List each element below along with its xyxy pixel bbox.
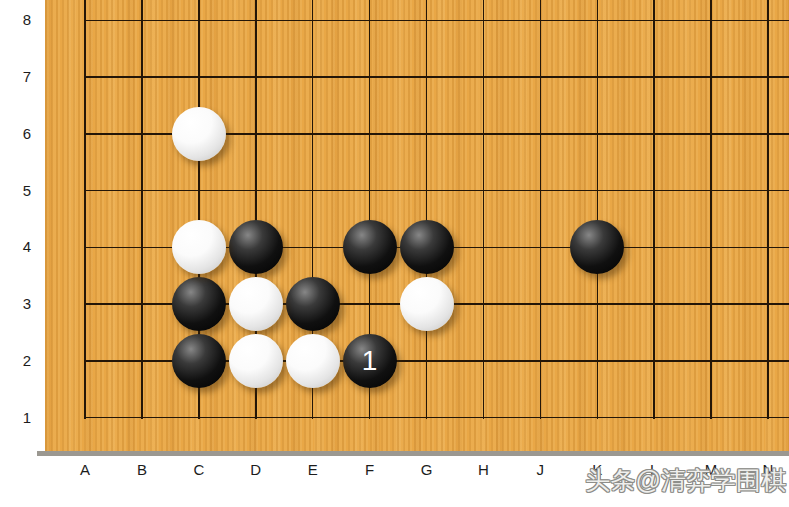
grid-vline-N	[767, 0, 769, 419]
row-label-5: 5	[14, 181, 40, 201]
grid-hline-8	[84, 20, 789, 22]
white-stone-E2	[286, 334, 340, 388]
black-stone-C2	[172, 334, 226, 388]
black-stone-C3	[172, 277, 226, 331]
black-stone-F4	[343, 220, 397, 274]
white-stone-C4	[172, 220, 226, 274]
white-stone-D3	[229, 277, 283, 331]
col-label-J: J	[528, 461, 552, 478]
black-stone-D4	[229, 220, 283, 274]
white-stone-G3	[400, 277, 454, 331]
row-label-4: 4	[14, 237, 40, 257]
watermark-text: 头条@清弈学围棋	[586, 464, 786, 497]
white-stone-C6	[172, 107, 226, 161]
black-stone-G4	[400, 220, 454, 274]
row-label-8: 8	[14, 10, 40, 30]
col-label-E: E	[301, 461, 325, 478]
col-label-D: D	[244, 461, 268, 478]
col-label-F: F	[358, 461, 382, 478]
black-stone-F2: 1	[343, 334, 397, 388]
grid-hline-1	[84, 417, 789, 419]
grid-vline-H	[483, 0, 485, 419]
grid-vline-L	[653, 0, 655, 419]
col-label-G: G	[415, 461, 439, 478]
row-label-3: 3	[14, 294, 40, 314]
row-label-7: 7	[14, 67, 40, 87]
grid-vline-K	[597, 0, 599, 419]
grid-vline-A	[84, 0, 86, 419]
move-number-label: 1	[362, 347, 378, 375]
grid-vline-G	[426, 0, 428, 419]
grid-vline-M	[710, 0, 712, 419]
row-label-1: 1	[14, 408, 40, 428]
col-label-C: C	[187, 461, 211, 478]
col-label-H: H	[471, 461, 495, 478]
col-label-B: B	[130, 461, 154, 478]
grid-hline-5	[84, 190, 789, 192]
board-bottom-shadow	[37, 451, 789, 456]
row-label-6: 6	[14, 124, 40, 144]
go-diagram: ABCDEFGHJKLMN87654321 1 头条@清弈学围棋	[0, 0, 789, 507]
grid-hline-7	[84, 76, 789, 78]
row-label-2: 2	[14, 351, 40, 371]
col-label-A: A	[73, 461, 97, 478]
grid-vline-J	[540, 0, 542, 419]
black-stone-E3	[286, 277, 340, 331]
grid-vline-B	[141, 0, 143, 419]
white-stone-D2	[229, 334, 283, 388]
